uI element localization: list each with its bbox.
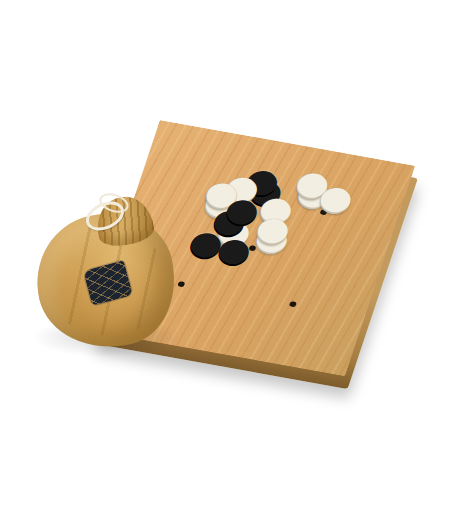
- go-stone-black[interactable]: ●: [224, 195, 262, 225]
- star-point: [289, 301, 297, 307]
- go-stone-black[interactable]: ●: [215, 235, 253, 265]
- product-photo-stage: ●●●●●●●●●●●●●●●●: [0, 0, 452, 530]
- go-stone-white[interactable]: ●: [254, 214, 292, 244]
- star-point: [177, 281, 185, 287]
- go-stone-white[interactable]: ●: [317, 182, 355, 212]
